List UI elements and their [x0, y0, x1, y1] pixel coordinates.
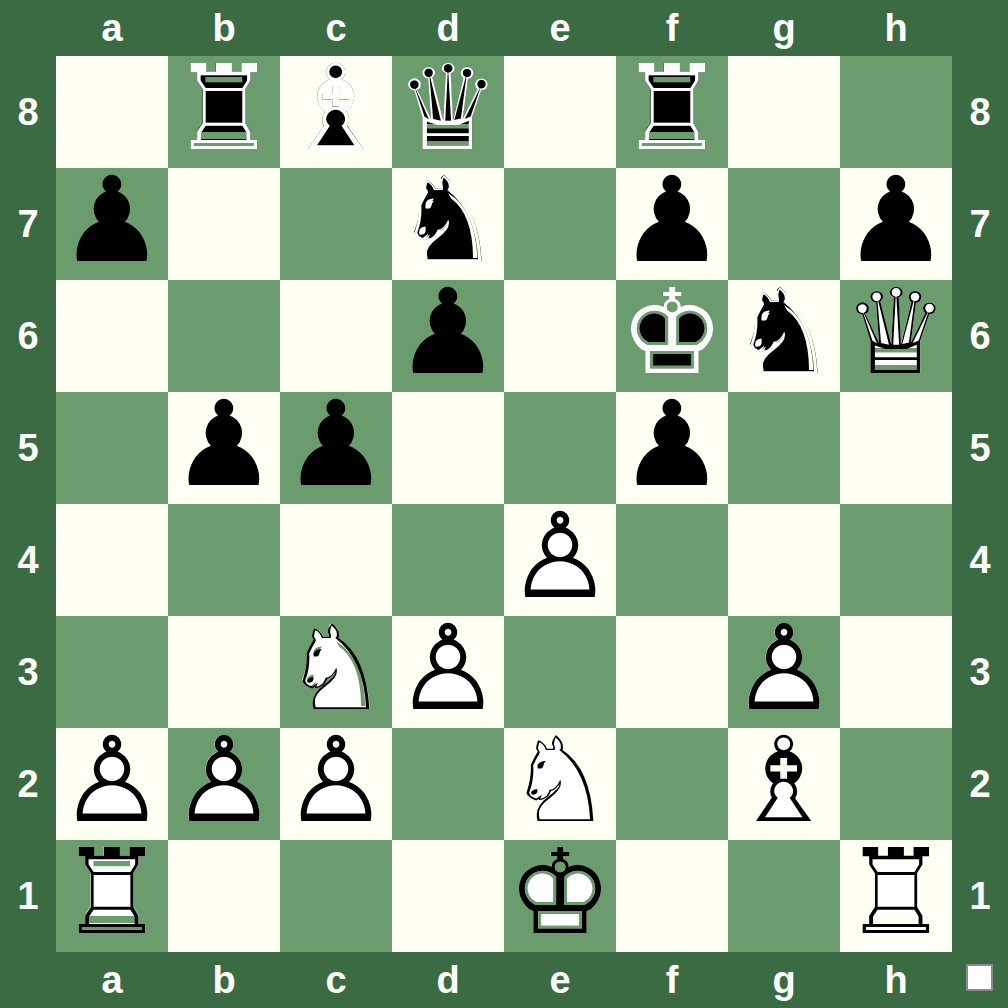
white-rook-a1[interactable]: ♜♖	[56, 840, 168, 952]
file-label-top-c: c	[280, 0, 392, 56]
square-d2[interactable]	[392, 728, 504, 840]
white-pawn-e4[interactable]: ♟♙	[504, 504, 616, 616]
rank-label-left-4: 4	[0, 504, 56, 616]
square-e7[interactable]	[504, 168, 616, 280]
square-g5[interactable]	[728, 392, 840, 504]
chess-diagram: { "game": "chess", "position": { "fen": …	[0, 0, 1008, 1008]
file-label-bottom-d: d	[392, 952, 504, 1008]
square-e6[interactable]	[504, 280, 616, 392]
square-c5[interactable]: ♟	[280, 392, 392, 504]
square-c7[interactable]	[280, 168, 392, 280]
white-pawn-c2[interactable]: ♟♙	[280, 728, 392, 840]
white-pawn-d3[interactable]: ♟♙	[392, 616, 504, 728]
rank-label-right-1: 1	[952, 840, 1008, 952]
square-h4[interactable]	[840, 504, 952, 616]
file-label-bottom-e: e	[504, 952, 616, 1008]
square-d3[interactable]: ♟♙	[392, 616, 504, 728]
rank-label-right-5: 5	[952, 392, 1008, 504]
square-h5[interactable]	[840, 392, 952, 504]
white-queen-h6[interactable]: ♛♕	[840, 280, 952, 392]
file-label-bottom-h: h	[840, 952, 952, 1008]
square-f1[interactable]	[616, 840, 728, 952]
black-pawn-b5[interactable]: ♟	[168, 392, 280, 504]
file-label-top-f: f	[616, 0, 728, 56]
rank-label-right-4: 4	[952, 504, 1008, 616]
black-pawn-f5[interactable]: ♟	[616, 392, 728, 504]
square-d6[interactable]: ♟	[392, 280, 504, 392]
rank-label-right-6: 6	[952, 280, 1008, 392]
square-h3[interactable]	[840, 616, 952, 728]
rank-label-left-3: 3	[0, 616, 56, 728]
square-b5[interactable]: ♟	[168, 392, 280, 504]
square-e4[interactable]: ♟♙	[504, 504, 616, 616]
square-a1[interactable]: ♜♖	[56, 840, 168, 952]
white-bishop-g2[interactable]: ♝♗	[728, 728, 840, 840]
file-label-top-d: d	[392, 0, 504, 56]
file-label-bottom-f: f	[616, 952, 728, 1008]
square-g8[interactable]	[728, 56, 840, 168]
white-king-e1[interactable]: ♚♔	[504, 840, 616, 952]
square-f3[interactable]	[616, 616, 728, 728]
rank-label-left-6: 6	[0, 280, 56, 392]
rank-label-left-5: 5	[0, 392, 56, 504]
rank-label-right-7: 7	[952, 168, 1008, 280]
file-label-bottom-b: b	[168, 952, 280, 1008]
file-label-top-h: h	[840, 0, 952, 56]
black-bishop-c8[interactable]: ♝♗	[280, 56, 392, 168]
black-knight-g6[interactable]: ♞♘	[728, 280, 840, 392]
square-c8[interactable]: ♝♗	[280, 56, 392, 168]
rank-label-right-2: 2	[952, 728, 1008, 840]
chess-board: ♜♖♝♗♛♕♜♖♟♞♘♟♟♟♚♔♞♘♛♕♟♟♟♟♙♞♘♟♙♟♙♟♙♟♙♟♙♞♘♝…	[56, 56, 952, 952]
square-a6[interactable]	[56, 280, 168, 392]
square-c1[interactable]	[280, 840, 392, 952]
square-b4[interactable]	[168, 504, 280, 616]
white-rook-h1[interactable]: ♜♖	[840, 840, 952, 952]
black-pawn-c5[interactable]: ♟	[280, 392, 392, 504]
square-d1[interactable]	[392, 840, 504, 952]
square-f2[interactable]	[616, 728, 728, 840]
white-to-move-indicator	[966, 964, 993, 991]
square-b8[interactable]: ♜♖	[168, 56, 280, 168]
black-pawn-d6[interactable]: ♟	[392, 280, 504, 392]
rank-label-left-7: 7	[0, 168, 56, 280]
file-label-bottom-g: g	[728, 952, 840, 1008]
square-h6[interactable]: ♛♕	[840, 280, 952, 392]
square-e1[interactable]: ♚♔	[504, 840, 616, 952]
rank-label-left-1: 1	[0, 840, 56, 952]
square-e8[interactable]	[504, 56, 616, 168]
square-g6[interactable]: ♞♘	[728, 280, 840, 392]
white-pawn-b2[interactable]: ♟♙	[168, 728, 280, 840]
square-f4[interactable]	[616, 504, 728, 616]
square-b2[interactable]: ♟♙	[168, 728, 280, 840]
rank-label-left-8: 8	[0, 56, 56, 168]
square-b7[interactable]	[168, 168, 280, 280]
square-a7[interactable]: ♟	[56, 168, 168, 280]
square-f5[interactable]: ♟	[616, 392, 728, 504]
rank-label-right-8: 8	[952, 56, 1008, 168]
file-label-top-a: a	[56, 0, 168, 56]
file-label-top-b: b	[168, 0, 280, 56]
square-g1[interactable]	[728, 840, 840, 952]
file-label-top-e: e	[504, 0, 616, 56]
file-label-bottom-a: a	[56, 952, 168, 1008]
black-pawn-a7[interactable]: ♟	[56, 168, 168, 280]
square-d5[interactable]	[392, 392, 504, 504]
square-h1[interactable]: ♜♖	[840, 840, 952, 952]
black-rook-b8[interactable]: ♜♖	[168, 56, 280, 168]
square-c2[interactable]: ♟♙	[280, 728, 392, 840]
square-a5[interactable]	[56, 392, 168, 504]
file-label-top-g: g	[728, 0, 840, 56]
rank-label-right-3: 3	[952, 616, 1008, 728]
file-label-bottom-c: c	[280, 952, 392, 1008]
square-a4[interactable]	[56, 504, 168, 616]
square-g2[interactable]: ♝♗	[728, 728, 840, 840]
rank-label-left-2: 2	[0, 728, 56, 840]
square-b1[interactable]	[168, 840, 280, 952]
